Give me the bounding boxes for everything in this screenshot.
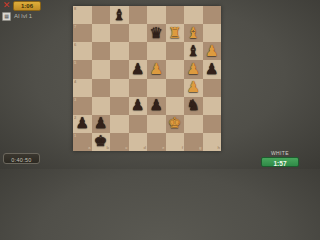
piece-black-bishop-c8: ♝ — [110, 6, 129, 24]
square-b8[interactable] — [92, 6, 111, 24]
square-a3[interactable]: 3 — [73, 97, 92, 115]
square-c5[interactable] — [110, 60, 129, 78]
file-label: b — [107, 146, 109, 150]
square-d6[interactable] — [129, 42, 148, 60]
square-e8[interactable] — [147, 6, 166, 24]
file-label: h — [218, 146, 220, 150]
close-icon[interactable]: ✕ — [2, 1, 11, 10]
square-c7[interactable] — [110, 24, 129, 42]
square-g1[interactable]: g — [184, 133, 203, 151]
square-e3[interactable]: ♟ — [147, 97, 166, 115]
square-f5[interactable] — [166, 60, 185, 78]
file-label: a — [88, 146, 90, 150]
piece-white-bishop-g7: ♝ — [184, 24, 203, 42]
square-b2[interactable]: ♟ — [92, 115, 111, 133]
avatar-icon: ▦ — [2, 12, 11, 21]
square-c8[interactable]: ♝ — [110, 6, 129, 24]
square-b3[interactable] — [92, 97, 111, 115]
square-g2[interactable] — [184, 115, 203, 133]
square-a4[interactable]: 4 — [73, 79, 92, 97]
square-g4[interactable]: ♟ — [184, 79, 203, 97]
square-d2[interactable] — [129, 115, 148, 133]
square-h5[interactable]: ♟ — [203, 60, 222, 78]
square-a1[interactable]: 1a — [73, 133, 92, 151]
square-a5[interactable]: 5 — [73, 60, 92, 78]
square-d7[interactable] — [129, 24, 148, 42]
square-f6[interactable] — [166, 42, 185, 60]
piece-black-pawn-h5: ♟ — [203, 60, 222, 78]
piece-white-pawn-e5: ♟ — [147, 60, 166, 78]
square-h8[interactable] — [203, 6, 222, 24]
square-h6[interactable]: ♟ — [203, 42, 222, 60]
square-e1[interactable]: e — [147, 133, 166, 151]
square-b4[interactable] — [92, 79, 111, 97]
square-g5[interactable]: ♟ — [184, 60, 203, 78]
square-h2[interactable] — [203, 115, 222, 133]
square-f2[interactable]: ♚ — [166, 115, 185, 133]
rank-label: 5 — [74, 61, 76, 65]
white-clock-button[interactable]: 1:57 — [261, 157, 299, 167]
piece-black-pawn-e3: ♟ — [147, 97, 166, 115]
square-c6[interactable] — [110, 42, 129, 60]
file-label: e — [162, 146, 164, 150]
square-e2[interactable] — [147, 115, 166, 133]
square-b1[interactable]: b♚ — [92, 133, 111, 151]
rank-label: 2 — [74, 116, 76, 120]
square-f1[interactable]: f — [166, 133, 185, 151]
black-clock-badge: 1:06 — [13, 1, 41, 11]
square-h3[interactable] — [203, 97, 222, 115]
file-label: g — [199, 146, 201, 150]
square-g6[interactable]: ♝ — [184, 42, 203, 60]
square-c4[interactable] — [110, 79, 129, 97]
square-h4[interactable] — [203, 79, 222, 97]
piece-black-bishop-g6: ♝ — [184, 42, 203, 60]
square-h7[interactable] — [203, 24, 222, 42]
square-e7[interactable]: ♛ — [147, 24, 166, 42]
rank-label: 4 — [74, 80, 76, 84]
square-d8[interactable] — [129, 6, 148, 24]
square-a7[interactable]: 7 — [73, 24, 92, 42]
rank-label: 1 — [74, 134, 76, 138]
piece-white-pawn-h6: ♟ — [203, 42, 222, 60]
black-player-name: AI lvl 1 — [14, 12, 32, 20]
file-label: f — [182, 146, 183, 150]
rank-label: 3 — [74, 98, 76, 102]
square-e6[interactable] — [147, 42, 166, 60]
square-b6[interactable] — [92, 42, 111, 60]
square-a2[interactable]: 2♟ — [73, 115, 92, 133]
piece-black-queen-e7: ♛ — [147, 24, 166, 42]
square-f4[interactable] — [166, 79, 185, 97]
square-d4[interactable] — [129, 79, 148, 97]
square-c2[interactable] — [110, 115, 129, 133]
square-g7[interactable]: ♝ — [184, 24, 203, 42]
square-g8[interactable] — [184, 6, 203, 24]
piece-black-pawn-d3: ♟ — [129, 97, 148, 115]
square-d1[interactable]: d — [129, 133, 148, 151]
timer-button[interactable]: 0:40:50 — [3, 153, 40, 164]
square-g3[interactable]: ♞ — [184, 97, 203, 115]
piece-black-pawn-d5: ♟ — [129, 60, 148, 78]
file-label: c — [125, 146, 127, 150]
rank-label: 8 — [74, 7, 76, 11]
square-b5[interactable] — [92, 60, 111, 78]
square-d5[interactable]: ♟ — [129, 60, 148, 78]
chess-board[interactable]: 8♝7♛♜♝6♝♟5♟♟♟♟4♟3♟♟♞2♟♟♚1ab♚cdefgh — [73, 6, 221, 151]
square-c1[interactable]: c — [110, 133, 129, 151]
square-e4[interactable] — [147, 79, 166, 97]
piece-black-knight-g3: ♞ — [184, 97, 203, 115]
piece-black-pawn-b2: ♟ — [92, 115, 111, 133]
square-e5[interactable]: ♟ — [147, 60, 166, 78]
piece-white-king-f2: ♚ — [166, 115, 185, 133]
square-b7[interactable] — [92, 24, 111, 42]
square-f3[interactable] — [166, 97, 185, 115]
file-label: d — [144, 146, 146, 150]
square-f8[interactable] — [166, 6, 185, 24]
square-h1[interactable]: h — [203, 133, 222, 151]
black-player-row: ▦ AI lvl 1 — [2, 12, 32, 20]
piece-white-pawn-g5: ♟ — [184, 60, 203, 78]
square-f7[interactable]: ♜ — [166, 24, 185, 42]
rank-label: 7 — [74, 25, 76, 29]
piece-white-pawn-g4: ♟ — [184, 79, 203, 97]
piece-white-rook-f7: ♜ — [166, 24, 185, 42]
square-a6[interactable]: 6 — [73, 42, 92, 60]
square-d3[interactable]: ♟ — [129, 97, 148, 115]
square-c3[interactable] — [110, 97, 129, 115]
white-player-label: WHITE — [262, 150, 298, 156]
square-a8[interactable]: 8 — [73, 6, 92, 24]
rank-label: 6 — [74, 43, 76, 47]
